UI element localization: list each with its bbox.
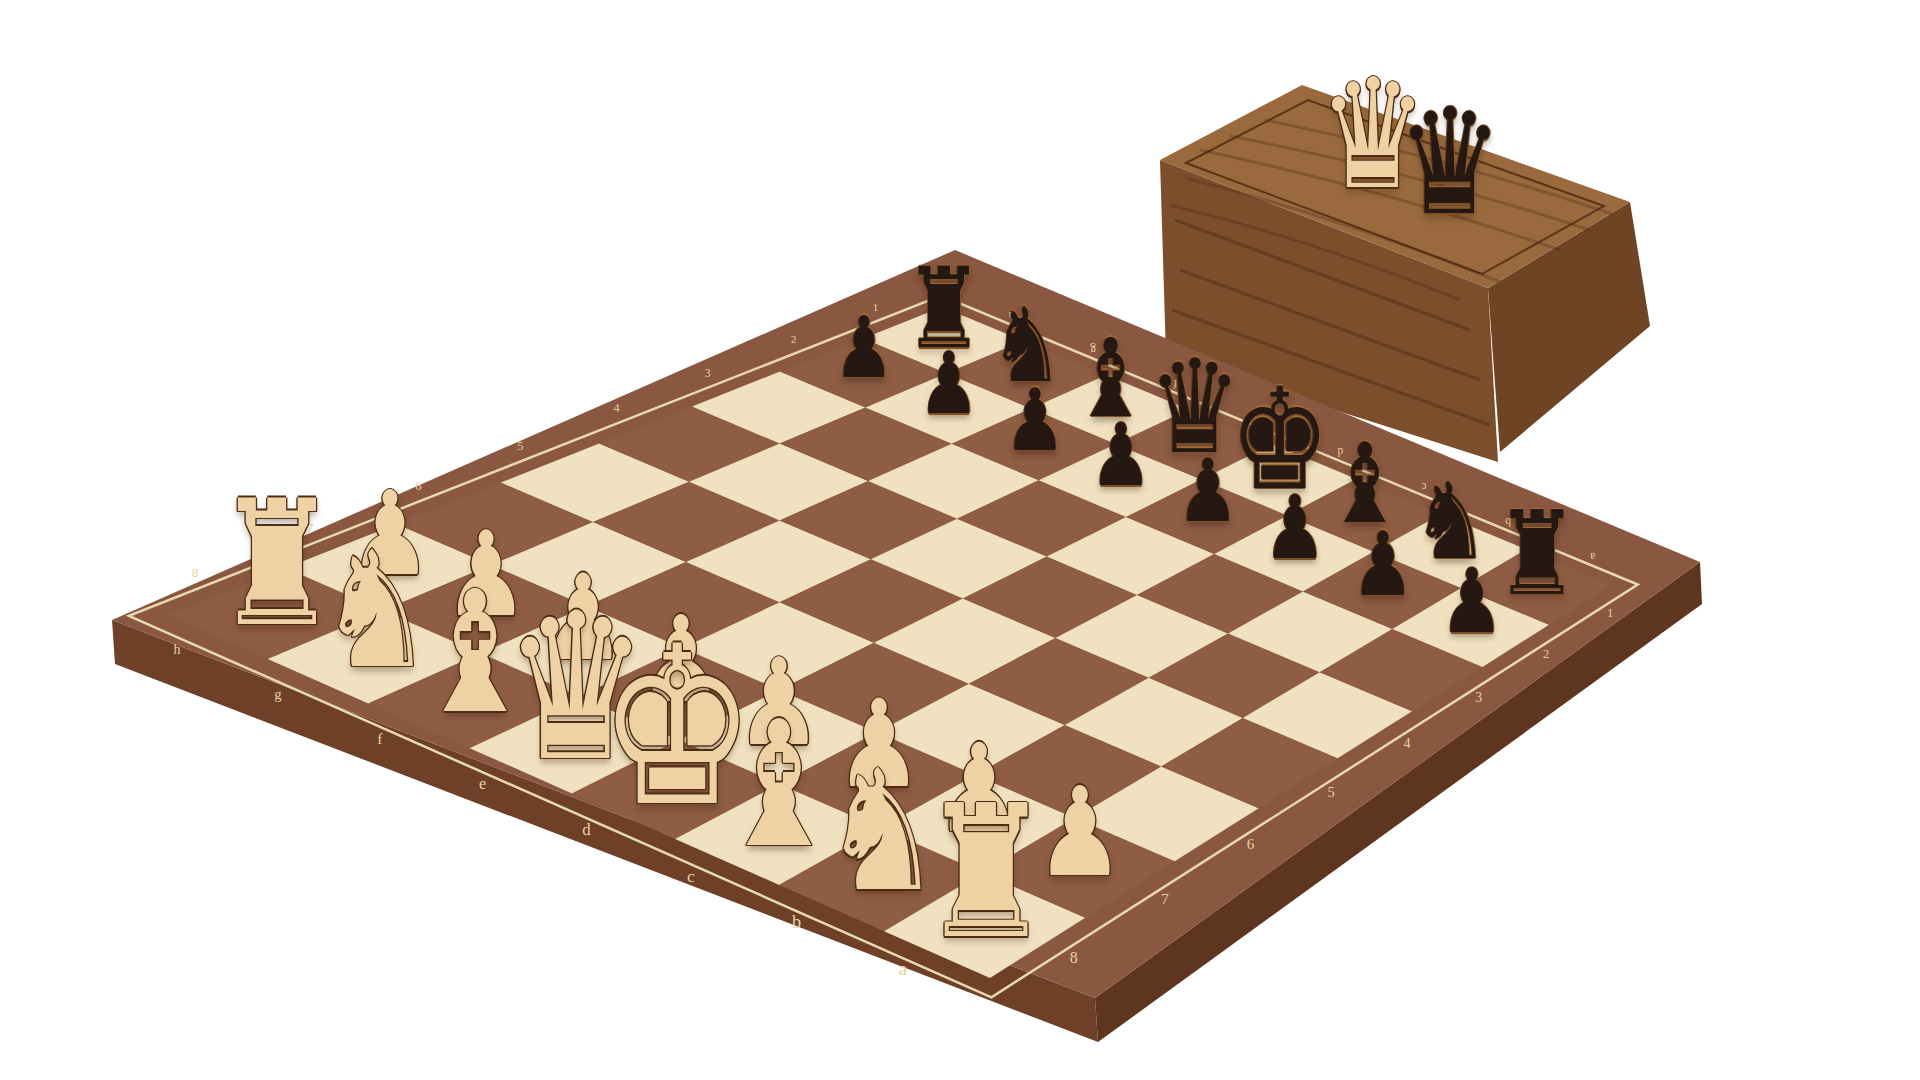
piece-dark-pawn-e2[interactable]: ♟ [1090, 412, 1152, 499]
pieces-layer: ♛♛♜♟♞♟♝♟♛♚♟♝♟♞♟♟♜♟♟♜♟♟♞♟♝♟♛♟♚♟♝♟♞♜ [0, 0, 1920, 1080]
piece-dark-rook-a1[interactable]: ♜ [1496, 495, 1580, 612]
piece-dark-pawn-c2[interactable]: ♟ [1263, 484, 1326, 572]
piece-light-rook-a8[interactable]: ♜ [920, 781, 1052, 965]
piece-dark-pawn-h2[interactable]: ♟ [834, 306, 895, 391]
chess-product-photo: hgfedcba8765432187654321hgfedcba ♛♛♜♟♞♟♝… [0, 0, 1920, 1080]
piece-dark-pawn-d2[interactable]: ♟ [1176, 448, 1239, 535]
piece-dark-pawn-f2[interactable]: ♟ [1004, 377, 1066, 463]
piece-dark-pawn-g2[interactable]: ♟ [919, 341, 980, 427]
piece-dark-queen-box-lid[interactable]: ♛ [1397, 89, 1502, 236]
piece-dark-pawn-b2[interactable]: ♟ [1351, 521, 1415, 610]
piece-dark-pawn-a2[interactable]: ♟ [1440, 557, 1504, 646]
